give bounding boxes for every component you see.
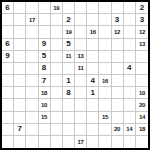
cell-empty-r10c4[interactable] bbox=[51, 124, 63, 136]
cell-empty-r0c6[interactable] bbox=[75, 2, 87, 14]
cell-empty-r7c8[interactable] bbox=[99, 87, 111, 99]
cell-given-r6c7[interactable]: 4 bbox=[87, 75, 99, 87]
cell-given-r3c3[interactable]: 9 bbox=[39, 39, 51, 51]
cell-given-r4c6[interactable]: 13 bbox=[75, 51, 87, 63]
cell-empty-r11c2[interactable] bbox=[26, 136, 38, 148]
cell-empty-r6c0[interactable] bbox=[2, 75, 14, 87]
given-number: 15 bbox=[102, 114, 108, 120]
cell-empty-r7c1[interactable] bbox=[14, 87, 26, 99]
cell-empty-r0c5[interactable] bbox=[63, 2, 75, 14]
cell-empty-r5c9[interactable] bbox=[112, 63, 124, 75]
cell-empty-r2c6[interactable] bbox=[75, 26, 87, 38]
cell-empty-r9c9[interactable] bbox=[112, 112, 124, 124]
cell-empty-r11c1[interactable] bbox=[14, 136, 26, 148]
cell-empty-r9c10[interactable] bbox=[124, 112, 136, 124]
cell-empty-r2c8[interactable] bbox=[99, 26, 111, 38]
cell-empty-r11c10[interactable] bbox=[124, 136, 136, 148]
cell-empty-r8c8[interactable] bbox=[99, 99, 111, 111]
given-number: 15 bbox=[41, 114, 47, 120]
cell-empty-r1c0[interactable] bbox=[2, 14, 14, 26]
cell-empty-r11c11[interactable] bbox=[136, 136, 148, 148]
cell-empty-r5c5[interactable] bbox=[63, 63, 75, 75]
cell-empty-r3c7[interactable] bbox=[87, 39, 99, 51]
cell-empty-r7c0[interactable] bbox=[2, 87, 14, 99]
cell-empty-r11c9[interactable] bbox=[112, 136, 124, 148]
cell-empty-r10c6[interactable] bbox=[75, 124, 87, 136]
cell-given-r5c3[interactable]: 8 bbox=[39, 63, 51, 75]
cell-empty-r8c5[interactable] bbox=[63, 99, 75, 111]
cell-given-r6c8[interactable]: 16 bbox=[99, 75, 111, 87]
cell-given-r0c0[interactable]: 6 bbox=[2, 2, 14, 14]
cell-given-r0c11[interactable]: 2 bbox=[136, 2, 148, 14]
cell-empty-r10c8[interactable] bbox=[99, 124, 111, 136]
cell-empty-r6c10[interactable] bbox=[124, 75, 136, 87]
cell-given-r1c2[interactable]: 17 bbox=[26, 14, 38, 26]
cell-empty-r1c6[interactable] bbox=[75, 14, 87, 26]
cell-empty-r5c4[interactable] bbox=[51, 63, 63, 75]
given-number: 14 bbox=[139, 114, 145, 120]
given-number: 5 bbox=[42, 52, 46, 60]
cell-empty-r1c8[interactable] bbox=[99, 14, 111, 26]
given-number: 3 bbox=[140, 16, 144, 24]
cell-empty-r8c6[interactable] bbox=[75, 99, 87, 111]
cell-given-r1c9[interactable]: 3 bbox=[112, 14, 124, 26]
cell-given-r6c5[interactable]: 1 bbox=[63, 75, 75, 87]
cell-empty-r2c3[interactable] bbox=[39, 26, 51, 38]
cell-given-r10c11[interactable]: 18 bbox=[136, 124, 148, 136]
cell-empty-r7c6[interactable] bbox=[75, 87, 87, 99]
cell-given-r4c5[interactable]: 11 bbox=[63, 51, 75, 63]
cell-given-r4c3[interactable]: 5 bbox=[39, 51, 51, 63]
cell-empty-r1c1[interactable] bbox=[14, 14, 26, 26]
given-number: 2 bbox=[140, 4, 144, 12]
cell-empty-r1c7[interactable] bbox=[87, 14, 99, 26]
cell-empty-r9c0[interactable] bbox=[2, 112, 14, 124]
cell-given-r11c6[interactable]: 17 bbox=[75, 136, 87, 148]
cell-empty-r5c11[interactable] bbox=[136, 63, 148, 75]
cell-empty-r9c2[interactable] bbox=[26, 112, 38, 124]
cell-given-r8c3[interactable]: 10 bbox=[39, 99, 51, 111]
cell-empty-r9c5[interactable] bbox=[63, 112, 75, 124]
given-number: 5 bbox=[66, 40, 70, 48]
cell-empty-r0c7[interactable] bbox=[87, 2, 99, 14]
cell-given-r9c3[interactable]: 15 bbox=[39, 112, 51, 124]
cell-empty-r4c7[interactable] bbox=[87, 51, 99, 63]
cell-empty-r3c9[interactable] bbox=[112, 39, 124, 51]
cell-given-r4c0[interactable]: 9 bbox=[2, 51, 14, 63]
cell-empty-r7c4[interactable] bbox=[51, 87, 63, 99]
cell-empty-r8c10[interactable] bbox=[124, 99, 136, 111]
cell-given-r1c11[interactable]: 3 bbox=[136, 14, 148, 26]
given-number: 4 bbox=[127, 64, 131, 72]
cell-empty-r4c9[interactable] bbox=[112, 51, 124, 63]
given-number: 10 bbox=[41, 102, 47, 108]
cell-empty-r2c2[interactable] bbox=[26, 26, 38, 38]
given-number: 18 bbox=[41, 90, 47, 96]
given-number: 10 bbox=[139, 90, 145, 96]
cell-given-r5c10[interactable]: 4 bbox=[124, 63, 136, 75]
given-number: 12 bbox=[139, 29, 145, 35]
given-number: 20 bbox=[139, 102, 145, 108]
cell-empty-r4c4[interactable] bbox=[51, 51, 63, 63]
cell-given-r7c5[interactable]: 8 bbox=[63, 87, 75, 99]
cell-empty-r5c0[interactable] bbox=[2, 63, 14, 75]
cell-empty-r10c7[interactable] bbox=[87, 124, 99, 136]
cell-empty-r8c4[interactable] bbox=[51, 99, 63, 111]
cell-empty-r9c4[interactable] bbox=[51, 112, 63, 124]
given-number: 9 bbox=[42, 40, 46, 48]
cell-empty-r4c11[interactable] bbox=[136, 51, 148, 63]
cell-empty-r2c1[interactable] bbox=[14, 26, 26, 38]
cell-empty-r6c6[interactable] bbox=[75, 75, 87, 87]
puzzle-board: 6192172331916121269513951113811471416188… bbox=[0, 0, 150, 150]
given-number: 1 bbox=[66, 77, 70, 85]
given-number: 11 bbox=[78, 65, 84, 71]
cell-empty-r11c7[interactable] bbox=[87, 136, 99, 148]
cell-empty-r11c8[interactable] bbox=[99, 136, 111, 148]
cell-empty-r3c1[interactable] bbox=[14, 39, 26, 51]
cell-empty-r1c3[interactable] bbox=[39, 14, 51, 26]
cell-empty-r3c4[interactable] bbox=[51, 39, 63, 51]
cell-empty-r1c10[interactable] bbox=[124, 14, 136, 26]
cell-given-r6c3[interactable]: 7 bbox=[39, 75, 51, 87]
given-number: 1 bbox=[91, 89, 95, 97]
given-number: 19 bbox=[53, 5, 59, 11]
cell-given-r3c5[interactable]: 5 bbox=[63, 39, 75, 51]
cell-empty-r2c4[interactable] bbox=[51, 26, 63, 38]
given-number: 6 bbox=[5, 40, 9, 48]
cell-empty-r0c10[interactable] bbox=[124, 2, 136, 14]
cell-empty-r0c3[interactable] bbox=[39, 2, 51, 14]
given-number: 4 bbox=[91, 77, 95, 85]
cell-empty-r10c5[interactable] bbox=[63, 124, 75, 136]
cell-given-r2c7[interactable]: 16 bbox=[87, 26, 99, 38]
cell-empty-r7c9[interactable] bbox=[112, 87, 124, 99]
cell-empty-r4c10[interactable] bbox=[124, 51, 136, 63]
cell-empty-r4c8[interactable] bbox=[99, 51, 111, 63]
cell-given-r2c11[interactable]: 12 bbox=[136, 26, 148, 38]
cell-empty-r6c9[interactable] bbox=[112, 75, 124, 87]
given-number: 18 bbox=[139, 126, 145, 132]
given-number: 13 bbox=[139, 41, 145, 47]
cell-empty-r5c1[interactable] bbox=[14, 63, 26, 75]
cell-empty-r6c2[interactable] bbox=[26, 75, 38, 87]
given-number: 7 bbox=[42, 77, 46, 85]
cell-empty-r10c3[interactable] bbox=[39, 124, 51, 136]
cell-empty-r6c11[interactable] bbox=[136, 75, 148, 87]
given-number: 8 bbox=[66, 89, 70, 97]
given-number: 3 bbox=[115, 16, 119, 24]
given-number: 2 bbox=[66, 16, 70, 24]
cell-empty-r0c9[interactable] bbox=[112, 2, 124, 14]
given-number: 6 bbox=[5, 4, 9, 12]
cell-empty-r6c1[interactable] bbox=[14, 75, 26, 87]
given-number: 11 bbox=[66, 53, 72, 59]
cell-empty-r11c4[interactable] bbox=[51, 136, 63, 148]
given-number: 7 bbox=[18, 125, 22, 133]
given-number: 12 bbox=[114, 29, 120, 35]
cell-empty-r3c10[interactable] bbox=[124, 39, 136, 51]
cell-given-r9c8[interactable]: 15 bbox=[99, 112, 111, 124]
given-number: 14 bbox=[126, 126, 132, 132]
given-number: 16 bbox=[102, 78, 108, 84]
cell-given-r7c7[interactable]: 1 bbox=[87, 87, 99, 99]
given-number: 8 bbox=[42, 64, 46, 72]
cell-empty-r11c0[interactable] bbox=[2, 136, 14, 148]
cell-empty-r11c5[interactable] bbox=[63, 136, 75, 148]
cell-empty-r8c9[interactable] bbox=[112, 99, 124, 111]
cell-empty-r3c8[interactable] bbox=[99, 39, 111, 51]
cell-given-r7c11[interactable]: 10 bbox=[136, 87, 148, 99]
cell-empty-r2c10[interactable] bbox=[124, 26, 136, 38]
cell-empty-r0c1[interactable] bbox=[14, 2, 26, 14]
cell-empty-r7c10[interactable] bbox=[124, 87, 136, 99]
cell-given-r8c11[interactable]: 20 bbox=[136, 99, 148, 111]
cell-given-r2c5[interactable]: 19 bbox=[63, 26, 75, 38]
given-number: 13 bbox=[78, 53, 84, 59]
given-number: 17 bbox=[29, 17, 35, 23]
cell-empty-r3c6[interactable] bbox=[75, 39, 87, 51]
cell-given-r7c3[interactable]: 18 bbox=[39, 87, 51, 99]
cell-empty-r8c2[interactable] bbox=[26, 99, 38, 111]
cell-empty-r9c7[interactable] bbox=[87, 112, 99, 124]
cell-given-r3c11[interactable]: 13 bbox=[136, 39, 148, 51]
cell-empty-r6c4[interactable] bbox=[51, 75, 63, 87]
cell-empty-r10c2[interactable] bbox=[26, 124, 38, 136]
cell-empty-r5c2[interactable] bbox=[26, 63, 38, 75]
cell-empty-r11c3[interactable] bbox=[39, 136, 51, 148]
cell-empty-r10c0[interactable] bbox=[2, 124, 14, 136]
cell-empty-r1c4[interactable] bbox=[51, 14, 63, 26]
cell-empty-r3c2[interactable] bbox=[26, 39, 38, 51]
cell-given-r3c0[interactable]: 6 bbox=[2, 39, 14, 51]
given-number: 9 bbox=[5, 52, 9, 60]
given-number: 17 bbox=[78, 139, 84, 145]
cell-empty-r4c1[interactable] bbox=[14, 51, 26, 63]
given-number: 20 bbox=[114, 126, 120, 132]
cell-given-r0c4[interactable]: 19 bbox=[51, 2, 63, 14]
cell-given-r5c6[interactable]: 11 bbox=[75, 63, 87, 75]
cell-empty-r5c8[interactable] bbox=[99, 63, 111, 75]
cell-empty-r8c1[interactable] bbox=[14, 99, 26, 111]
cell-given-r1c5[interactable]: 2 bbox=[63, 14, 75, 26]
cell-empty-r4c2[interactable] bbox=[26, 51, 38, 63]
cell-empty-r2c0[interactable] bbox=[2, 26, 14, 38]
cell-empty-r9c6[interactable] bbox=[75, 112, 87, 124]
given-number: 16 bbox=[90, 29, 96, 35]
cell-given-r10c10[interactable]: 14 bbox=[124, 124, 136, 136]
cell-empty-r5c7[interactable] bbox=[87, 63, 99, 75]
cell-empty-r8c7[interactable] bbox=[87, 99, 99, 111]
given-number: 19 bbox=[65, 29, 71, 35]
cell-empty-r0c2[interactable] bbox=[26, 2, 38, 14]
cell-empty-r8c0[interactable] bbox=[2, 99, 14, 111]
cell-given-r10c1[interactable]: 7 bbox=[14, 124, 26, 136]
cell-given-r2c9[interactable]: 12 bbox=[112, 26, 124, 38]
cell-empty-r7c2[interactable] bbox=[26, 87, 38, 99]
cell-given-r9c11[interactable]: 14 bbox=[136, 112, 148, 124]
cell-empty-r0c8[interactable] bbox=[99, 2, 111, 14]
cell-empty-r9c1[interactable] bbox=[14, 112, 26, 124]
cell-given-r10c9[interactable]: 20 bbox=[112, 124, 124, 136]
